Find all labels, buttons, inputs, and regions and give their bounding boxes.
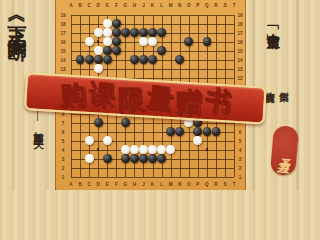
black-stone [148, 28, 157, 37]
coordinate-number-right: 13 [237, 66, 242, 71]
coordinate-number-right: 6 [239, 129, 242, 134]
coordinate-letter-bottom: L [160, 182, 163, 187]
black-stone [139, 28, 148, 37]
grid-line-horizontal [71, 177, 234, 178]
coordinate-number-right: 2 [239, 165, 242, 170]
coordinate-number-left: 16 [60, 39, 65, 44]
white-stone [94, 46, 103, 55]
black-stone [112, 37, 121, 46]
coordinate-letter-top: Q [205, 3, 209, 8]
white-stone [94, 28, 103, 37]
coordinate-number-right: 17 [237, 30, 242, 35]
black-stone [103, 55, 112, 64]
coordinate-letter-bottom: J [142, 182, 145, 187]
star-point [206, 148, 209, 151]
grid-line-horizontal [71, 168, 234, 169]
coordinate-number-left: 6 [62, 129, 65, 134]
black-stone [175, 127, 184, 136]
black-stone [139, 154, 148, 163]
coordinate-number-left: 1 [62, 174, 65, 179]
coordinate-letter-bottom: K [151, 182, 154, 187]
coordinate-letter-bottom: Q [205, 182, 209, 187]
coordinate-letter-top: P [196, 3, 199, 8]
coordinate-letter-bottom: D [97, 182, 100, 187]
coordinate-number-left: 14 [60, 57, 65, 62]
black-stone [121, 28, 130, 37]
black-stone [112, 19, 121, 28]
seal-text: 圣力立 [276, 148, 293, 152]
coordinate-letter-top: D [97, 3, 100, 8]
coordinate-number-right: 4 [239, 147, 242, 152]
black-stone [85, 55, 94, 64]
coordinate-letter-top: M [169, 3, 173, 8]
coordinate-letter-top: F [115, 3, 118, 8]
black-stone [103, 46, 112, 55]
coordinate-number-left: 3 [62, 156, 65, 161]
black-stone [184, 37, 193, 46]
black-stone [166, 127, 175, 136]
coordinate-number-right: 3 [239, 156, 242, 161]
ribbon-character: 赠 [176, 84, 202, 119]
coordinate-number-right: 18 [237, 21, 242, 26]
coordinate-letter-top: B [78, 3, 81, 8]
black-stone [157, 154, 166, 163]
coordinate-letter-top: G [124, 3, 128, 8]
coordinate-letter-top: C [87, 3, 90, 8]
coordinate-letter-top: N [178, 3, 181, 8]
black-stone [130, 154, 139, 163]
coordinate-letter-bottom: P [196, 182, 199, 187]
ribbon-character: 量 [144, 79, 175, 117]
coordinate-number-right: 19 [237, 12, 242, 17]
black-stone [175, 55, 184, 64]
coordinate-letter-top: A [69, 3, 72, 8]
topic-tags-vertical: 案例 攻击技巧 [262, 84, 291, 130]
coordinate-letter-bottom: S [223, 182, 226, 187]
coordinate-number-right: 15 [237, 48, 242, 53]
black-stone [121, 154, 130, 163]
coordinate-letter-top: S [223, 3, 226, 8]
coordinate-number-right: 5 [239, 138, 242, 143]
coordinate-number-left: 19 [60, 12, 65, 17]
white-stone [103, 19, 112, 28]
black-stone [130, 55, 139, 64]
coordinate-letter-top: K [151, 3, 154, 8]
white-stone [103, 136, 112, 145]
white-stone [130, 145, 139, 154]
coordinate-number-left: 13 [60, 66, 65, 71]
ribbon-character: 课 [87, 76, 117, 114]
coordinate-number-right: 1 [239, 174, 242, 179]
black-stone [212, 127, 221, 136]
black-stone [112, 28, 121, 37]
coordinate-letter-top: R [214, 3, 217, 8]
coordinate-letter-top: L [160, 3, 163, 8]
black-stone [94, 118, 103, 127]
coordinate-letter-bottom: G [124, 182, 128, 187]
white-stone [166, 145, 175, 154]
coordinate-letter-top: J [142, 3, 145, 8]
coordinate-letter-bottom: C [87, 182, 90, 187]
white-stone [121, 145, 130, 154]
coordinate-letter-bottom: M [169, 182, 173, 187]
coordinate-letter-bottom: O [187, 182, 191, 187]
ribbon-character: 限 [118, 82, 144, 117]
wood-grain-streak [296, 0, 299, 190]
coordinate-number-right: 16 [237, 39, 242, 44]
ribbon-character: 购 [59, 77, 87, 113]
white-stone [94, 64, 103, 73]
black-stone [103, 154, 112, 163]
coordinate-letter-bottom: R [214, 182, 217, 187]
white-stone [193, 136, 202, 145]
coordinate-number-right: 14 [237, 57, 242, 62]
black-stone [121, 118, 130, 127]
coordinate-letter-top: H [133, 3, 136, 8]
black-stone [112, 46, 121, 55]
coordinate-letter-top: T [233, 3, 236, 8]
white-stone [157, 145, 166, 154]
white-stone [85, 136, 94, 145]
coordinate-number-left: 17 [60, 30, 65, 35]
white-stone [148, 37, 157, 46]
black-stone [76, 55, 85, 64]
coordinate-letter-bottom: A [69, 182, 72, 187]
coordinate-letter-bottom: H [133, 182, 136, 187]
coordinate-number-left: 18 [60, 21, 65, 26]
white-stone [85, 154, 94, 163]
black-stone [94, 55, 103, 64]
coordinate-number-left: 5 [62, 138, 65, 143]
coordinate-number-left: 2 [62, 165, 65, 170]
black-stone [148, 154, 157, 163]
coordinate-letter-bottom: B [78, 182, 81, 187]
white-stone [85, 37, 94, 46]
black-stone [148, 55, 157, 64]
go-course-thumbnail: { "game": "go", "board_size": 19, "posit… [0, 0, 304, 190]
grid-line-horizontal [71, 141, 234, 142]
black-stone [157, 28, 166, 37]
coordinate-letter-bottom: F [115, 182, 118, 187]
black-stone [203, 127, 212, 136]
white-stone [148, 145, 157, 154]
coordinate-letter-top: O [187, 3, 191, 8]
coordinate-letter-bottom: N [178, 182, 181, 187]
series-label-vertical: 「中盘篇」 [264, 20, 282, 86]
coordinate-letter-bottom: T [233, 182, 236, 187]
coordinate-letter-top: E [106, 3, 109, 8]
coordinate-number-right: 12 [237, 75, 242, 80]
black-stone [157, 46, 166, 55]
tag-case-examples: 案例 [277, 84, 290, 130]
white-stone [139, 37, 148, 46]
coordinate-number-left: 4 [62, 147, 65, 152]
black-stone [203, 37, 212, 46]
black-stone [193, 127, 202, 136]
red-seal-stamp: 圣力立 [270, 125, 299, 176]
black-stone [130, 28, 139, 37]
ribbon-character: 书 [202, 81, 233, 120]
black-stone [139, 55, 148, 64]
coordinate-letter-bottom: E [106, 182, 109, 187]
coordinate-number-left: 7 [62, 120, 65, 125]
white-stone [103, 28, 112, 37]
white-stone [139, 145, 148, 154]
coordinate-number-left: 15 [60, 48, 65, 53]
white-stone [103, 37, 112, 46]
